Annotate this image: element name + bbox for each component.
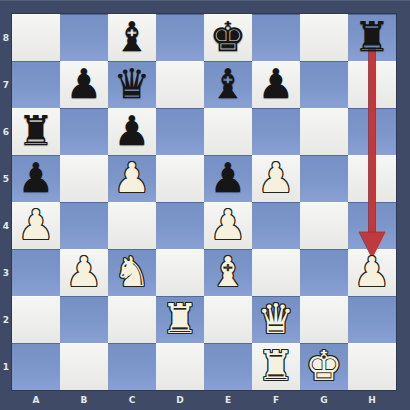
rank-label-1: 1 (0, 343, 12, 390)
rank-label-5: 5 (0, 155, 12, 202)
black-pawn[interactable]: ♟ (210, 155, 247, 202)
black-bishop[interactable]: ♝ (210, 61, 247, 108)
square-b1[interactable] (60, 343, 108, 390)
square-d6[interactable] (156, 108, 204, 155)
square-e6[interactable] (204, 108, 252, 155)
black-pawn[interactable]: ♟ (114, 108, 151, 155)
rank-label-3: 3 (0, 249, 12, 296)
file-label-e: E (204, 390, 252, 410)
square-a3[interactable] (12, 249, 60, 296)
square-e4[interactable]: ♟ (204, 202, 252, 249)
square-g2[interactable] (300, 296, 348, 343)
square-f7[interactable]: ♟ (252, 61, 300, 108)
square-c2[interactable] (108, 296, 156, 343)
square-h2[interactable] (348, 296, 396, 343)
file-label-d: D (156, 390, 204, 410)
file-label-g: G (300, 390, 348, 410)
square-b3[interactable]: ♟ (60, 249, 108, 296)
square-a5[interactable]: ♟ (12, 155, 60, 202)
square-f1[interactable]: ♜ (252, 343, 300, 390)
square-c4[interactable] (108, 202, 156, 249)
rank-label-7: 7 (0, 61, 12, 108)
rank-label-8: 8 (0, 14, 12, 61)
square-a7[interactable] (12, 61, 60, 108)
black-rook[interactable]: ♜ (354, 14, 391, 61)
square-f5[interactable]: ♟ (252, 155, 300, 202)
square-f2[interactable]: ♛ (252, 296, 300, 343)
square-g1[interactable]: ♚ (300, 343, 348, 390)
square-d8[interactable] (156, 14, 204, 61)
square-b8[interactable] (60, 14, 108, 61)
square-d3[interactable] (156, 249, 204, 296)
white-king[interactable]: ♚ (306, 343, 343, 390)
square-d1[interactable] (156, 343, 204, 390)
square-d5[interactable] (156, 155, 204, 202)
white-pawn[interactable]: ♟ (258, 155, 295, 202)
square-a8[interactable] (12, 14, 60, 61)
file-label-b: B (60, 390, 108, 410)
white-pawn[interactable]: ♟ (18, 202, 55, 249)
square-b2[interactable] (60, 296, 108, 343)
rank-label-2: 2 (0, 296, 12, 343)
square-g4[interactable] (300, 202, 348, 249)
square-b6[interactable] (60, 108, 108, 155)
square-f4[interactable] (252, 202, 300, 249)
square-f8[interactable] (252, 14, 300, 61)
square-h7[interactable] (348, 61, 396, 108)
square-g5[interactable] (300, 155, 348, 202)
square-a1[interactable] (12, 343, 60, 390)
black-bishop[interactable]: ♝ (114, 14, 151, 61)
black-queen[interactable]: ♛ (114, 61, 151, 108)
black-pawn[interactable]: ♟ (258, 61, 295, 108)
square-g6[interactable] (300, 108, 348, 155)
square-c7[interactable]: ♛ (108, 61, 156, 108)
square-e5[interactable]: ♟ (204, 155, 252, 202)
rank-labels: 87654321 (0, 14, 12, 390)
square-a6[interactable]: ♜ (12, 108, 60, 155)
square-c5[interactable]: ♟ (108, 155, 156, 202)
file-label-f: F (252, 390, 300, 410)
square-b7[interactable]: ♟ (60, 61, 108, 108)
square-g8[interactable] (300, 14, 348, 61)
chess-position-diagram: 87654321 ♝♚♜♟♛♝♟♜♟♟♟♟♟♟♟♟♞♝♟♜♛♜♚ ABCDEFG… (0, 0, 410, 410)
white-knight[interactable]: ♞ (114, 249, 151, 296)
square-a4[interactable]: ♟ (12, 202, 60, 249)
rank-label-6: 6 (0, 108, 12, 155)
file-labels: ABCDEFGH (12, 390, 396, 410)
square-b4[interactable] (60, 202, 108, 249)
file-label-c: C (108, 390, 156, 410)
square-c8[interactable]: ♝ (108, 14, 156, 61)
square-d4[interactable] (156, 202, 204, 249)
chess-board: ♝♚♜♟♛♝♟♜♟♟♟♟♟♟♟♟♞♝♟♜♛♜♚ (12, 14, 396, 390)
white-pawn[interactable]: ♟ (114, 155, 151, 202)
square-h3[interactable]: ♟ (348, 249, 396, 296)
square-e8[interactable]: ♚ (204, 14, 252, 61)
white-queen[interactable]: ♛ (258, 296, 295, 343)
black-rook[interactable]: ♜ (18, 108, 55, 155)
square-h6[interactable] (348, 108, 396, 155)
square-d2[interactable]: ♜ (156, 296, 204, 343)
black-pawn[interactable]: ♟ (18, 155, 55, 202)
square-g7[interactable] (300, 61, 348, 108)
white-bishop[interactable]: ♝ (210, 249, 247, 296)
square-c3[interactable]: ♞ (108, 249, 156, 296)
square-h5[interactable] (348, 155, 396, 202)
square-e7[interactable]: ♝ (204, 61, 252, 108)
square-h4[interactable] (348, 202, 396, 249)
square-e3[interactable]: ♝ (204, 249, 252, 296)
white-pawn[interactable]: ♟ (210, 202, 247, 249)
white-pawn[interactable]: ♟ (66, 249, 103, 296)
white-pawn[interactable]: ♟ (354, 249, 391, 296)
square-b5[interactable] (60, 155, 108, 202)
black-king[interactable]: ♚ (210, 14, 247, 61)
square-c1[interactable] (108, 343, 156, 390)
square-a2[interactable] (12, 296, 60, 343)
square-e1[interactable] (204, 343, 252, 390)
square-f6[interactable] (252, 108, 300, 155)
white-rook[interactable]: ♜ (258, 343, 295, 390)
square-h8[interactable]: ♜ (348, 14, 396, 61)
square-f3[interactable] (252, 249, 300, 296)
square-c6[interactable]: ♟ (108, 108, 156, 155)
rank-label-4: 4 (0, 202, 12, 249)
file-label-a: A (12, 390, 60, 410)
square-h1[interactable] (348, 343, 396, 390)
black-pawn[interactable]: ♟ (66, 61, 103, 108)
file-label-h: H (348, 390, 396, 410)
white-rook[interactable]: ♜ (162, 296, 199, 343)
square-e2[interactable] (204, 296, 252, 343)
square-d7[interactable] (156, 61, 204, 108)
square-g3[interactable] (300, 249, 348, 296)
